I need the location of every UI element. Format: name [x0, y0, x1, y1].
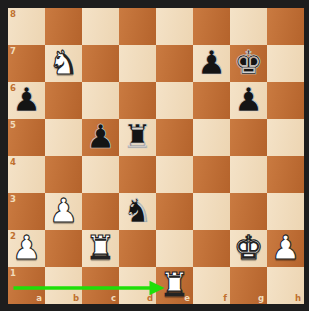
square-a1[interactable]: 1a [8, 267, 45, 304]
square-h7[interactable] [267, 45, 304, 82]
square-e1[interactable]: e♜ [156, 267, 193, 304]
square-h4[interactable] [267, 156, 304, 193]
black-king-g7[interactable]: ♚ [234, 46, 264, 79]
square-b3[interactable]: ♟ [45, 193, 82, 230]
chess-board: 87♞♟♚6♟♟5♟♜43♟♞2♟♜♚♟1abcde♜fgh [8, 8, 304, 304]
square-f7[interactable]: ♟ [193, 45, 230, 82]
square-b7[interactable]: ♞ [45, 45, 82, 82]
file-label-a: a [36, 294, 42, 303]
square-a8[interactable]: 8 [8, 8, 45, 45]
rank-label-4: 4 [10, 158, 16, 167]
square-c2[interactable]: ♜ [82, 230, 119, 267]
square-f2[interactable] [193, 230, 230, 267]
square-a2[interactable]: 2♟ [8, 230, 45, 267]
square-f3[interactable] [193, 193, 230, 230]
file-label-g: g [258, 294, 264, 303]
square-f1[interactable]: f [193, 267, 230, 304]
square-b1[interactable]: b [45, 267, 82, 304]
chess-board-widget: 87♞♟♚6♟♟5♟♜43♟♞2♟♜♚♟1abcde♜fgh [0, 0, 309, 311]
square-b8[interactable] [45, 8, 82, 45]
square-f4[interactable] [193, 156, 230, 193]
square-b5[interactable] [45, 119, 82, 156]
square-g3[interactable] [230, 193, 267, 230]
rank-label-3: 3 [10, 195, 16, 204]
square-d6[interactable] [119, 82, 156, 119]
white-knight-b7[interactable]: ♞ [49, 46, 79, 79]
square-g5[interactable] [230, 119, 267, 156]
square-a7[interactable]: 7 [8, 45, 45, 82]
rank-label-1: 1 [10, 269, 16, 278]
file-label-b: b [73, 294, 79, 303]
square-h3[interactable] [267, 193, 304, 230]
square-d8[interactable] [119, 8, 156, 45]
black-pawn-g6[interactable]: ♟ [234, 83, 264, 116]
square-d5[interactable]: ♜ [119, 119, 156, 156]
square-a3[interactable]: 3 [8, 193, 45, 230]
square-e7[interactable] [156, 45, 193, 82]
black-pawn-c5[interactable]: ♟ [86, 120, 116, 153]
black-pawn-f7[interactable]: ♟ [197, 46, 227, 79]
square-e5[interactable] [156, 119, 193, 156]
square-e6[interactable] [156, 82, 193, 119]
square-g2[interactable]: ♚ [230, 230, 267, 267]
square-e2[interactable] [156, 230, 193, 267]
square-c7[interactable] [82, 45, 119, 82]
square-g8[interactable] [230, 8, 267, 45]
square-h2[interactable]: ♟ [267, 230, 304, 267]
square-d7[interactable] [119, 45, 156, 82]
square-b4[interactable] [45, 156, 82, 193]
square-e8[interactable] [156, 8, 193, 45]
square-g1[interactable]: g [230, 267, 267, 304]
square-f5[interactable] [193, 119, 230, 156]
file-label-c: c [111, 294, 116, 303]
black-knight-d3[interactable]: ♞ [123, 194, 153, 227]
square-h1[interactable]: h [267, 267, 304, 304]
square-c4[interactable] [82, 156, 119, 193]
square-c5[interactable]: ♟ [82, 119, 119, 156]
white-rook-c2[interactable]: ♜ [86, 231, 116, 264]
square-b6[interactable] [45, 82, 82, 119]
black-pawn-a6[interactable]: ♟ [12, 83, 42, 116]
square-c6[interactable] [82, 82, 119, 119]
square-e3[interactable] [156, 193, 193, 230]
square-c1[interactable]: c [82, 267, 119, 304]
rank-label-7: 7 [10, 47, 16, 56]
square-b2[interactable] [45, 230, 82, 267]
white-king-g2[interactable]: ♚ [234, 231, 264, 264]
square-h8[interactable] [267, 8, 304, 45]
square-d1[interactable]: d [119, 267, 156, 304]
white-pawn-h2[interactable]: ♟ [271, 231, 301, 264]
file-label-h: h [295, 294, 301, 303]
square-d4[interactable] [119, 156, 156, 193]
white-pawn-b3[interactable]: ♟ [49, 194, 79, 227]
square-d2[interactable] [119, 230, 156, 267]
square-g6[interactable]: ♟ [230, 82, 267, 119]
white-pawn-a2[interactable]: ♟ [12, 231, 42, 264]
square-g7[interactable]: ♚ [230, 45, 267, 82]
square-h5[interactable] [267, 119, 304, 156]
square-g4[interactable] [230, 156, 267, 193]
square-d3[interactable]: ♞ [119, 193, 156, 230]
black-rook-d5[interactable]: ♜ [123, 120, 153, 153]
white-rook-e1[interactable]: ♜ [160, 268, 190, 301]
square-f6[interactable] [193, 82, 230, 119]
rank-label-5: 5 [10, 121, 16, 130]
square-a5[interactable]: 5 [8, 119, 45, 156]
square-e4[interactable] [156, 156, 193, 193]
square-a4[interactable]: 4 [8, 156, 45, 193]
file-label-d: d [147, 294, 153, 303]
square-h6[interactable] [267, 82, 304, 119]
square-c8[interactable] [82, 8, 119, 45]
square-a6[interactable]: 6♟ [8, 82, 45, 119]
square-c3[interactable] [82, 193, 119, 230]
file-label-f: f [223, 294, 227, 303]
square-f8[interactable] [193, 8, 230, 45]
rank-label-8: 8 [10, 10, 16, 19]
